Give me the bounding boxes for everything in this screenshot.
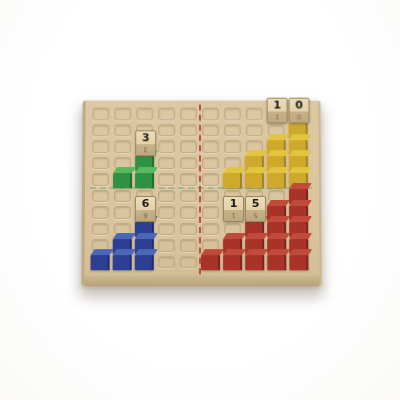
cube-top-face bbox=[135, 249, 158, 255]
engraved-socket bbox=[224, 108, 241, 120]
cube-yellow[interactable] bbox=[223, 173, 242, 188]
engraved-socket bbox=[180, 223, 197, 236]
board-cell bbox=[178, 155, 200, 171]
board-cell bbox=[178, 221, 200, 238]
board-cell: 55 bbox=[244, 204, 266, 221]
die-digit: 1 bbox=[224, 196, 243, 209]
board-cell bbox=[90, 155, 112, 171]
board-cell bbox=[112, 122, 134, 138]
board-cell bbox=[90, 138, 112, 154]
board-cell bbox=[200, 254, 222, 271]
board-front-edge bbox=[84, 275, 319, 286]
engraved-socket bbox=[180, 173, 197, 185]
engraved-socket bbox=[180, 206, 197, 219]
board-cell bbox=[89, 254, 111, 271]
engraved-socket bbox=[202, 223, 219, 236]
board-cell bbox=[156, 254, 178, 271]
board-cell bbox=[90, 171, 112, 187]
cube-top-face bbox=[267, 199, 290, 205]
board-cell bbox=[134, 106, 156, 122]
board-cell bbox=[244, 106, 266, 122]
board-cell bbox=[90, 204, 112, 221]
engraved-socket bbox=[224, 124, 241, 136]
board-cell bbox=[178, 204, 200, 221]
board-cell bbox=[266, 171, 288, 187]
cube-blue[interactable] bbox=[135, 255, 154, 270]
board-cell bbox=[156, 188, 178, 204]
board-cell: 33 bbox=[134, 138, 156, 154]
die-digit: 0 bbox=[290, 98, 309, 111]
cube-red[interactable] bbox=[289, 255, 308, 270]
cube-top-face bbox=[289, 183, 312, 189]
board-cell: 66 bbox=[134, 204, 156, 221]
board-cell: 00 bbox=[288, 106, 310, 122]
number-die-0[interactable]: 00 bbox=[289, 97, 310, 123]
die-front-digit: 3 bbox=[136, 144, 155, 153]
game-board: 110033661155 bbox=[81, 101, 321, 287]
engraved-socket bbox=[92, 157, 109, 169]
board-cell bbox=[178, 106, 200, 122]
engraved-socket bbox=[158, 239, 175, 252]
cube-green[interactable] bbox=[113, 173, 132, 188]
die-front-digit: 6 bbox=[136, 209, 155, 218]
board-cell bbox=[288, 254, 310, 271]
board-cell bbox=[178, 138, 200, 154]
cube-red[interactable] bbox=[245, 255, 264, 270]
board-cell bbox=[156, 155, 178, 171]
engraved-socket bbox=[180, 124, 197, 136]
die-front-digit: 1 bbox=[224, 209, 243, 218]
engraved-socket bbox=[114, 190, 131, 202]
board-cell bbox=[222, 106, 244, 122]
cube-yellow[interactable] bbox=[267, 173, 286, 188]
board-cell bbox=[90, 188, 112, 204]
board-cell bbox=[178, 122, 200, 138]
board-grid: 110033661155 bbox=[89, 106, 310, 271]
engraved-socket bbox=[114, 124, 131, 136]
number-die-1[interactable]: 11 bbox=[267, 97, 288, 123]
board-cell bbox=[200, 106, 222, 122]
cube-top-face bbox=[245, 167, 268, 173]
engraved-socket bbox=[92, 108, 109, 120]
cube-blue[interactable] bbox=[113, 255, 132, 270]
cube-top-face bbox=[289, 199, 312, 205]
board-cell bbox=[244, 122, 266, 138]
board-cell bbox=[90, 106, 112, 122]
board-cell: 11 bbox=[222, 204, 244, 221]
cube-green[interactable] bbox=[135, 173, 154, 188]
engraved-socket bbox=[92, 124, 109, 136]
cube-red[interactable] bbox=[267, 255, 286, 270]
engraved-socket bbox=[180, 108, 197, 120]
board-cell bbox=[156, 221, 178, 238]
engraved-socket bbox=[158, 108, 175, 120]
cube-top-face bbox=[267, 134, 290, 140]
engraved-socket bbox=[92, 223, 109, 236]
cube-top-face bbox=[91, 249, 114, 255]
board-cell bbox=[222, 254, 244, 271]
board-cell bbox=[178, 188, 200, 204]
engraved-socket bbox=[92, 190, 109, 202]
board-cell bbox=[156, 237, 178, 254]
cube-yellow[interactable] bbox=[245, 173, 264, 188]
engraved-socket bbox=[158, 223, 175, 236]
engraved-socket bbox=[158, 124, 175, 136]
engraved-socket bbox=[202, 124, 219, 136]
engraved-socket bbox=[158, 173, 175, 185]
number-die-3[interactable]: 33 bbox=[135, 130, 156, 156]
engraved-socket bbox=[158, 206, 175, 219]
engraved-socket bbox=[114, 108, 131, 120]
board-cell bbox=[112, 254, 134, 271]
board-cell bbox=[244, 254, 266, 271]
cube-top-face bbox=[289, 167, 312, 173]
cube-top-face bbox=[245, 150, 268, 156]
die-digit: 5 bbox=[246, 196, 265, 209]
engraved-socket bbox=[180, 239, 197, 252]
board-cell bbox=[156, 204, 178, 221]
board-cell bbox=[112, 106, 134, 122]
number-die-5[interactable]: 55 bbox=[245, 195, 266, 221]
cube-top-face bbox=[267, 216, 290, 222]
board-cell: 11 bbox=[266, 106, 288, 122]
board-cell bbox=[222, 171, 244, 187]
engraved-socket bbox=[114, 140, 131, 152]
board-cell bbox=[156, 106, 178, 122]
engraved-socket bbox=[202, 140, 219, 152]
die-digit: 6 bbox=[136, 196, 155, 209]
cube-top-face bbox=[113, 249, 136, 255]
cube-top-face bbox=[289, 134, 312, 140]
board-cell bbox=[200, 155, 222, 171]
board-cell bbox=[200, 221, 222, 238]
cube-top-face bbox=[135, 167, 158, 173]
cube-top-face bbox=[267, 249, 290, 255]
engraved-socket bbox=[92, 140, 109, 152]
cube-top-face bbox=[267, 233, 290, 239]
engraved-socket bbox=[92, 173, 109, 185]
number-die-6[interactable]: 66 bbox=[135, 195, 156, 221]
engraved-socket bbox=[92, 206, 109, 219]
board-cell bbox=[90, 221, 112, 238]
number-die-1[interactable]: 11 bbox=[223, 195, 244, 221]
engraved-socket bbox=[202, 190, 219, 202]
cube-top-face bbox=[113, 167, 136, 173]
cube-top-face bbox=[289, 216, 312, 222]
engraved-socket bbox=[180, 157, 197, 169]
board-cell bbox=[112, 138, 134, 154]
board-cell bbox=[112, 204, 134, 221]
die-front-digit: 5 bbox=[246, 209, 265, 218]
engraved-socket bbox=[136, 108, 153, 120]
engraved-socket bbox=[246, 124, 263, 136]
cube-red[interactable] bbox=[201, 255, 220, 270]
board-cell bbox=[200, 204, 222, 221]
cube-top-face bbox=[245, 233, 268, 239]
die-front-digit: 1 bbox=[268, 111, 287, 120]
engraved-socket bbox=[224, 140, 241, 152]
board-cell bbox=[222, 122, 244, 138]
engraved-socket bbox=[202, 173, 219, 185]
cube-top-face bbox=[113, 233, 136, 239]
engraved-socket bbox=[180, 140, 197, 152]
engraved-socket bbox=[114, 206, 131, 219]
engraved-socket bbox=[202, 108, 219, 120]
cube-top-face bbox=[267, 167, 290, 173]
board-cell bbox=[200, 138, 222, 154]
board-cell bbox=[178, 237, 200, 254]
cube-top-face bbox=[201, 249, 224, 255]
engraved-socket bbox=[246, 108, 263, 120]
board-cell bbox=[244, 171, 266, 187]
engraved-socket bbox=[202, 157, 219, 169]
engraved-socket bbox=[202, 206, 219, 219]
die-digit: 3 bbox=[136, 131, 155, 144]
cube-top-face bbox=[289, 233, 312, 239]
board-cell bbox=[200, 188, 222, 204]
board-cell bbox=[90, 122, 112, 138]
cube-top-face bbox=[223, 249, 246, 255]
cube-top-face bbox=[223, 167, 246, 173]
die-digit: 1 bbox=[268, 98, 287, 111]
board-cell bbox=[156, 171, 178, 187]
cube-top-face bbox=[289, 150, 312, 156]
engraved-socket bbox=[180, 190, 197, 202]
board-cell bbox=[156, 122, 178, 138]
board-cell bbox=[112, 171, 134, 187]
board-cell bbox=[134, 171, 156, 187]
board-cell bbox=[200, 122, 222, 138]
engraved-socket bbox=[158, 140, 175, 152]
board-cell bbox=[112, 188, 134, 204]
cube-red[interactable] bbox=[223, 255, 242, 270]
engraved-socket bbox=[158, 190, 175, 202]
cube-top-face bbox=[289, 249, 312, 255]
cube-top-face bbox=[223, 233, 246, 239]
cube-top-face bbox=[267, 150, 290, 156]
board-cell bbox=[266, 254, 288, 271]
engraved-socket bbox=[180, 256, 197, 269]
engraved-socket bbox=[158, 256, 175, 269]
board-cell bbox=[156, 138, 178, 154]
board-cell bbox=[134, 254, 156, 271]
cube-top-face bbox=[135, 233, 158, 239]
board-cell bbox=[178, 254, 200, 271]
die-front-digit: 0 bbox=[290, 111, 309, 120]
board-cell bbox=[200, 171, 222, 187]
engraved-socket bbox=[158, 157, 175, 169]
cube-top-face bbox=[245, 249, 268, 255]
cube-blue[interactable] bbox=[91, 255, 110, 270]
board-cell bbox=[222, 138, 244, 154]
board-cell bbox=[178, 171, 200, 187]
